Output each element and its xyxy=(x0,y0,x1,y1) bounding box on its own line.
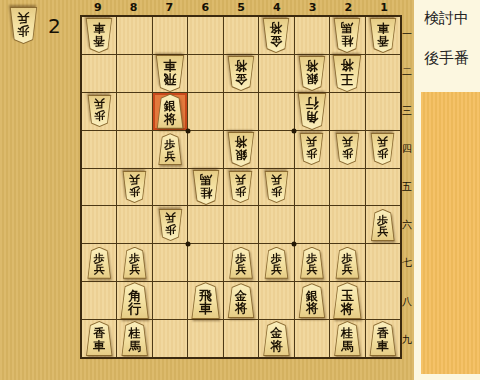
square-5-5[interactable]: 歩兵 xyxy=(224,169,258,206)
piece-sente-pawn[interactable]: 歩兵 xyxy=(228,247,253,279)
square-1-3[interactable] xyxy=(366,93,400,130)
piece-edge: 歩兵 xyxy=(158,133,183,165)
piece-face: 歩兵 xyxy=(159,134,182,164)
piece-edge: 金将 xyxy=(227,56,255,91)
piece-kanji: 王 xyxy=(341,72,354,86)
piece-edge: 歩兵 xyxy=(370,209,395,241)
square-6-3[interactable] xyxy=(188,93,222,130)
piece-edge: 歩兵 xyxy=(122,247,147,279)
piece-face: 歩兵 xyxy=(229,248,252,278)
piece-sente-bishop[interactable]: 角行 xyxy=(120,282,150,319)
file-label-9: 9 xyxy=(80,0,116,15)
piece-face: 歩兵 xyxy=(300,248,323,278)
piece-edge: 歩兵 xyxy=(299,247,324,279)
piece-kanji: 兵 xyxy=(377,136,388,148)
piece-edge: 歩兵 xyxy=(264,171,289,203)
piece-face: 歩兵 xyxy=(371,210,394,240)
square-6-8[interactable]: 飛車 xyxy=(188,282,222,319)
piece-face: 銀将 xyxy=(157,95,183,128)
file-label-1: 1 xyxy=(366,0,402,15)
piece-face: 角行 xyxy=(121,283,149,318)
piece-kanji: 歩 xyxy=(271,186,282,198)
piece-edge: 歩兵 xyxy=(158,209,183,241)
piece-kanji: 将 xyxy=(306,59,318,72)
square-7-9[interactable] xyxy=(153,320,187,357)
square-2-5[interactable] xyxy=(330,169,364,206)
piece-gote-pawn[interactable]: 歩兵 xyxy=(299,133,324,165)
square-5-3[interactable] xyxy=(224,93,258,130)
piece-face: 歩兵 xyxy=(336,134,359,164)
piece-sente-knight[interactable]: 桂馬 xyxy=(333,321,361,356)
piece-kanji: 兵 xyxy=(165,151,176,163)
piece-face: 歩兵 xyxy=(336,248,359,278)
piece-kanji: 桂 xyxy=(200,186,212,199)
piece-face: 金将 xyxy=(263,322,289,355)
gote-hand-pawn-count: 2 xyxy=(48,14,61,38)
piece-face: 銀将 xyxy=(299,284,325,317)
hoshi-dot xyxy=(292,128,297,133)
piece-face: 歩兵 xyxy=(159,210,182,240)
piece-edge: 歩兵 xyxy=(87,95,112,127)
file-labels: 9 8 7 6 5 4 3 2 1 xyxy=(80,0,402,15)
piece-edge: 銀将 xyxy=(156,94,184,129)
piece-face: 歩兵 xyxy=(88,96,111,126)
piece-kanji: 金 xyxy=(270,34,282,47)
piece-face: 王将 xyxy=(333,56,361,91)
piece-kanji: 将 xyxy=(341,58,354,72)
status-turn-label: 後手番 xyxy=(424,49,480,68)
piece-kanji: 銀 xyxy=(306,72,318,85)
piece-edge: 飛車 xyxy=(155,55,185,92)
piece-kanji: 歩 xyxy=(235,186,246,198)
piece-edge: 金将 xyxy=(262,321,290,356)
rank-label-3: 三 xyxy=(400,91,414,129)
piece-kanji: 将 xyxy=(341,302,354,316)
piece-face: 歩兵 xyxy=(371,134,394,164)
piece-kanji: 角 xyxy=(305,110,318,124)
piece-kanji: 車 xyxy=(377,21,389,34)
square-4-1[interactable]: 金将 xyxy=(259,17,293,54)
square-5-9[interactable] xyxy=(224,320,258,357)
square-2-4[interactable]: 歩兵 xyxy=(330,131,364,168)
piece-face: 玉将 xyxy=(333,283,361,318)
piece-face: 歩兵 xyxy=(229,172,252,202)
piece-kanji: 歩 xyxy=(18,24,30,37)
square-3-1[interactable] xyxy=(295,17,329,54)
piece-face: 歩兵 xyxy=(265,248,288,278)
piece-edge: 歩兵 xyxy=(87,247,112,279)
piece-gote-silver[interactable]: 銀将 xyxy=(227,132,255,167)
piece-face: 飛車 xyxy=(156,56,184,91)
piece-kanji: 行 xyxy=(128,302,141,316)
rank-label-2: 二 xyxy=(400,53,414,91)
piece-edge: 歩兵 xyxy=(228,171,253,203)
piece-kanji: 歩 xyxy=(165,139,176,151)
piece-kanji: 兵 xyxy=(129,264,140,276)
piece-face: 金将 xyxy=(228,284,254,317)
piece-edge: 桂馬 xyxy=(333,321,361,356)
piece-gote-pawn[interactable]: 歩兵 xyxy=(335,133,360,165)
hoshi-dot xyxy=(186,242,191,247)
piece-kanji: 車 xyxy=(164,58,177,72)
piece-gote-knight[interactable]: 桂馬 xyxy=(333,18,361,53)
piece-face: 金将 xyxy=(263,19,289,52)
piece-face: 銀将 xyxy=(228,133,254,166)
rank-label-1: 一 xyxy=(400,15,414,53)
rank-label-8: 八 xyxy=(400,283,414,321)
piece-edge: 飛車 xyxy=(191,282,221,319)
piece-kanji: 玉 xyxy=(341,289,354,303)
piece-edge: 歩兵 xyxy=(122,171,147,203)
square-5-6[interactable] xyxy=(224,206,258,243)
piece-kanji: 兵 xyxy=(271,174,282,186)
piece-gote-pawn[interactable]: 歩兵 xyxy=(158,209,183,241)
square-8-5[interactable]: 歩兵 xyxy=(117,169,151,206)
square-1-2[interactable] xyxy=(366,55,400,92)
piece-kanji: 兵 xyxy=(342,136,353,148)
square-6-2[interactable] xyxy=(188,55,222,92)
piece-edge: 歩兵 xyxy=(370,133,395,165)
shogi-app-window: 歩兵 2 9 8 7 6 5 4 3 2 1 香車金将桂馬香車飛車金将銀将王将歩… xyxy=(0,0,480,380)
piece-edge: 銀将 xyxy=(298,283,326,318)
square-1-4[interactable]: 歩兵 xyxy=(366,131,400,168)
square-1-9[interactable]: 香車 xyxy=(366,320,400,357)
square-9-3[interactable]: 歩兵 xyxy=(82,93,116,130)
piece-edge: 王将 xyxy=(332,55,362,92)
piece-edge: 歩兵 xyxy=(9,7,38,44)
square-2-8[interactable]: 玉将 xyxy=(330,282,364,319)
square-8-9[interactable]: 桂馬 xyxy=(117,320,151,357)
piece-face: 香車 xyxy=(86,19,112,52)
square-4-6[interactable] xyxy=(259,206,293,243)
piece-face: 香車 xyxy=(370,322,396,355)
square-2-3[interactable] xyxy=(330,93,364,130)
piece-kanji: 歩 xyxy=(306,148,317,160)
piece-kanji: 金 xyxy=(235,72,247,85)
piece-kanji: 兵 xyxy=(235,174,246,186)
rank-label-5: 五 xyxy=(400,168,414,206)
piece-sente-pawn[interactable]: 歩兵 xyxy=(87,247,112,279)
hoshi-dot xyxy=(186,128,191,133)
piece-kanji: 兵 xyxy=(271,264,282,276)
piece-gote-lance[interactable]: 香車 xyxy=(85,18,113,53)
piece-edge: 銀将 xyxy=(298,56,326,91)
piece-kanji: 香 xyxy=(377,34,389,47)
piece-sente-silver[interactable]: 銀将 xyxy=(298,283,326,318)
square-3-6[interactable] xyxy=(295,206,329,243)
rank-label-9: 九 xyxy=(400,321,414,359)
piece-gote-king[interactable]: 王将 xyxy=(332,55,362,92)
piece-sente-pawn[interactable]: 歩兵 xyxy=(335,247,360,279)
piece-face: 歩兵 xyxy=(265,172,288,202)
piece-kanji: 銀 xyxy=(235,148,247,161)
piece-edge: 香車 xyxy=(85,321,113,356)
piece-sente-lance[interactable]: 香車 xyxy=(85,321,113,356)
square-3-7[interactable]: 歩兵 xyxy=(295,244,329,281)
piece-sente-king[interactable]: 玉将 xyxy=(332,282,362,319)
piece-edge: 桂馬 xyxy=(192,170,220,205)
square-3-3[interactable]: 角行 xyxy=(295,93,329,130)
square-6-7[interactable] xyxy=(188,244,222,281)
square-7-8[interactable] xyxy=(153,282,187,319)
square-7-1[interactable] xyxy=(153,17,187,54)
piece-kanji: 歩 xyxy=(165,223,176,235)
piece-kanji: 将 xyxy=(235,135,247,148)
file-label-4: 4 xyxy=(259,0,295,15)
piece-kanji: 車 xyxy=(93,21,105,34)
piece-kanji: 将 xyxy=(270,21,282,34)
square-5-2[interactable]: 金将 xyxy=(224,55,258,92)
piece-edge: 香車 xyxy=(369,18,397,53)
piece-kanji: 香 xyxy=(93,34,105,47)
piece-edge: 角行 xyxy=(297,93,327,130)
piece-kanji: 歩 xyxy=(342,148,353,160)
piece-kanji: 将 xyxy=(306,302,318,315)
file-label-2: 2 xyxy=(330,0,366,15)
piece-sente-pawn[interactable]: 歩兵 xyxy=(264,247,289,279)
piece-gote-rook[interactable]: 飛車 xyxy=(155,55,185,92)
square-7-3[interactable]: 銀将 xyxy=(153,93,187,130)
file-label-7: 7 xyxy=(152,0,188,15)
piece-kanji: 兵 xyxy=(129,174,140,186)
piece-kanji: 歩 xyxy=(129,186,140,198)
square-8-2[interactable] xyxy=(117,55,151,92)
rank-label-4: 四 xyxy=(400,130,414,168)
square-4-3[interactable] xyxy=(259,93,293,130)
piece-kanji: 馬 xyxy=(129,340,141,353)
square-9-6[interactable] xyxy=(82,206,116,243)
piece-kanji: 銀 xyxy=(164,100,176,113)
piece-gote-bishop[interactable]: 角行 xyxy=(297,93,327,130)
piece-face: 歩兵 xyxy=(300,134,323,164)
piece-kanji: 馬 xyxy=(341,21,353,34)
piece-face: 桂馬 xyxy=(334,322,360,355)
square-6-1[interactable] xyxy=(188,17,222,54)
square-9-8[interactable] xyxy=(82,282,116,319)
rank-labels: 一 二 三 四 五 六 七 八 九 xyxy=(400,15,414,359)
square-9-4[interactable] xyxy=(82,131,116,168)
piece-gote-knight[interactable]: 桂馬 xyxy=(192,170,220,205)
square-2-7[interactable]: 歩兵 xyxy=(330,244,364,281)
square-5-7[interactable]: 歩兵 xyxy=(224,244,258,281)
piece-gote-pawn[interactable]: 歩兵 xyxy=(370,133,395,165)
square-8-1[interactable] xyxy=(117,17,151,54)
piece-kanji: 歩 xyxy=(377,148,388,160)
piece-edge: 歩兵 xyxy=(335,247,360,279)
piece-sente-pawn[interactable]: 歩兵 xyxy=(122,247,147,279)
shogi-board: 香車金将桂馬香車飛車金将銀将王将歩兵銀将角行歩兵銀将歩兵歩兵歩兵歩兵桂馬歩兵歩兵… xyxy=(80,15,402,359)
rank-label-7: 七 xyxy=(400,244,414,282)
square-2-2[interactable]: 王将 xyxy=(330,55,364,92)
piece-face: 歩兵 xyxy=(10,8,37,43)
square-1-1[interactable]: 香車 xyxy=(366,17,400,54)
piece-kanji: 行 xyxy=(305,96,318,110)
piece-kanji: 将 xyxy=(164,113,176,126)
piece-sente-knight[interactable]: 桂馬 xyxy=(121,321,149,356)
square-4-8[interactable] xyxy=(259,282,293,319)
square-1-7[interactable] xyxy=(366,244,400,281)
square-2-1[interactable]: 桂馬 xyxy=(330,17,364,54)
piece-gote-pawn[interactable]: 歩兵 xyxy=(264,171,289,203)
square-7-5[interactable] xyxy=(153,169,187,206)
piece-kanji: 兵 xyxy=(306,264,317,276)
piece-kanji: 桂 xyxy=(341,34,353,47)
square-6-4[interactable] xyxy=(188,131,222,168)
piece-kanji: 兵 xyxy=(165,212,176,224)
piece-sente-rook[interactable]: 飛車 xyxy=(191,282,221,319)
square-3-4[interactable]: 歩兵 xyxy=(295,131,329,168)
square-9-7[interactable]: 歩兵 xyxy=(82,244,116,281)
square-6-6[interactable] xyxy=(188,206,222,243)
piece-face: 歩兵 xyxy=(88,248,111,278)
piece-edge: 玉将 xyxy=(332,282,362,319)
piece-kanji: 兵 xyxy=(18,11,30,24)
piece-edge: 桂馬 xyxy=(333,18,361,53)
piece-sente-pawn[interactable]: 歩兵 xyxy=(370,209,395,241)
file-label-6: 6 xyxy=(187,0,223,15)
piece-kanji: 歩 xyxy=(94,110,105,122)
square-4-5[interactable]: 歩兵 xyxy=(259,169,293,206)
piece-face: 香車 xyxy=(370,19,396,52)
piece-face: 歩兵 xyxy=(123,248,146,278)
piece-sente-lance[interactable]: 香車 xyxy=(369,321,397,356)
piece-edge: 歩兵 xyxy=(228,247,253,279)
square-2-6[interactable] xyxy=(330,206,364,243)
rank-label-6: 六 xyxy=(400,206,414,244)
square-1-5[interactable] xyxy=(366,169,400,206)
piece-gote-gold[interactable]: 金将 xyxy=(227,56,255,91)
piece-edge: 香車 xyxy=(369,321,397,356)
piece-face: 飛車 xyxy=(192,283,220,318)
status-panel: 検討中 後手番 xyxy=(414,0,480,380)
piece-kanji: 馬 xyxy=(341,340,353,353)
square-8-8[interactable]: 角行 xyxy=(117,282,151,319)
piece-edge: 歩兵 xyxy=(264,247,289,279)
piece-kanji: 飛 xyxy=(164,72,177,86)
square-5-1[interactable] xyxy=(224,17,258,54)
square-1-6[interactable]: 歩兵 xyxy=(366,206,400,243)
piece-kanji: 車 xyxy=(377,340,389,353)
piece-edge: 金将 xyxy=(262,18,290,53)
piece-gote-silver[interactable]: 銀将 xyxy=(298,56,326,91)
piece-edge: 香車 xyxy=(85,18,113,53)
piece-kanji: 角 xyxy=(128,289,141,303)
file-label-3: 3 xyxy=(295,0,331,15)
square-9-9[interactable]: 香車 xyxy=(82,320,116,357)
piece-face: 香車 xyxy=(86,322,112,355)
square-4-9[interactable]: 金将 xyxy=(259,320,293,357)
piece-edge: 金将 xyxy=(227,283,255,318)
piece-gote-gold[interactable]: 金将 xyxy=(262,18,290,53)
piece-gote-pawn[interactable]: 歩兵 xyxy=(122,171,147,203)
piece-kanji: 兵 xyxy=(94,98,105,110)
square-9-5[interactable] xyxy=(82,169,116,206)
piece-kanji: 兵 xyxy=(235,264,246,276)
piece-face: 金将 xyxy=(228,57,254,90)
square-8-3[interactable] xyxy=(117,93,151,130)
piece-face: 角行 xyxy=(298,94,326,129)
square-2-9[interactable]: 桂馬 xyxy=(330,320,364,357)
piece-edge: 桂馬 xyxy=(121,321,149,356)
square-9-2[interactable] xyxy=(82,55,116,92)
square-4-2[interactable] xyxy=(259,55,293,92)
file-label-5: 5 xyxy=(223,0,259,15)
piece-edge: 歩兵 xyxy=(299,133,324,165)
piece-gote-pawn[interactable]: 歩兵 xyxy=(228,171,253,203)
piece-kanji: 兵 xyxy=(306,136,317,148)
piece-kanji: 飛 xyxy=(199,289,212,303)
square-3-9[interactable] xyxy=(295,320,329,357)
piece-face: 桂馬 xyxy=(334,19,360,52)
piece-gote-pawn[interactable]: 歩兵 xyxy=(87,95,112,127)
piece-edge: 歩兵 xyxy=(335,133,360,165)
piece-kanji: 車 xyxy=(93,340,105,353)
piece-kanji: 兵 xyxy=(377,226,388,238)
square-8-7[interactable]: 歩兵 xyxy=(117,244,151,281)
square-7-7[interactable] xyxy=(153,244,187,281)
piece-edge: 銀将 xyxy=(227,132,255,167)
square-9-1[interactable]: 香車 xyxy=(82,17,116,54)
piece-sente-silver[interactable]: 銀将 xyxy=(156,94,184,129)
gote-hand-tray: 歩兵 2 xyxy=(9,7,61,44)
square-3-5[interactable] xyxy=(295,169,329,206)
square-8-4[interactable] xyxy=(117,131,151,168)
piece-edge: 角行 xyxy=(120,282,150,319)
piece-kanji: 馬 xyxy=(200,173,212,186)
piece-sente-gold[interactable]: 金将 xyxy=(262,321,290,356)
piece-sente-pawn[interactable]: 歩兵 xyxy=(299,247,324,279)
piece-kanji: 将 xyxy=(235,59,247,72)
piece-face: 銀将 xyxy=(299,57,325,90)
piece-sente-pawn[interactable]: 歩兵 xyxy=(158,133,183,165)
square-6-9[interactable] xyxy=(188,320,222,357)
piece-kanji: 将 xyxy=(235,302,247,315)
square-3-2[interactable]: 銀将 xyxy=(295,55,329,92)
square-4-7[interactable]: 歩兵 xyxy=(259,244,293,281)
sente-hand-tray xyxy=(421,92,480,374)
hand-piece-gote-pawn[interactable]: 歩兵 xyxy=(9,7,38,44)
square-8-6[interactable] xyxy=(117,206,151,243)
piece-face: 桂馬 xyxy=(122,322,148,355)
status-mode-label: 検討中 xyxy=(424,9,480,28)
hoshi-dot xyxy=(292,242,297,247)
square-4-4[interactable] xyxy=(259,131,293,168)
piece-gote-lance[interactable]: 香車 xyxy=(369,18,397,53)
square-3-8[interactable]: 銀将 xyxy=(295,282,329,319)
piece-kanji: 兵 xyxy=(342,264,353,276)
square-7-4[interactable]: 歩兵 xyxy=(153,131,187,168)
square-6-5[interactable]: 桂馬 xyxy=(188,169,222,206)
square-7-6[interactable]: 歩兵 xyxy=(153,206,187,243)
square-5-4[interactable]: 銀将 xyxy=(224,131,258,168)
piece-face: 桂馬 xyxy=(193,171,219,204)
piece-kanji: 将 xyxy=(270,340,282,353)
piece-face: 歩兵 xyxy=(123,172,146,202)
piece-kanji: 兵 xyxy=(94,264,105,276)
square-1-8[interactable] xyxy=(366,282,400,319)
square-5-8[interactable]: 金将 xyxy=(224,282,258,319)
file-label-8: 8 xyxy=(116,0,152,15)
piece-sente-gold[interactable]: 金将 xyxy=(227,283,255,318)
piece-kanji: 車 xyxy=(199,302,212,316)
square-7-2[interactable]: 飛車 xyxy=(153,55,187,92)
